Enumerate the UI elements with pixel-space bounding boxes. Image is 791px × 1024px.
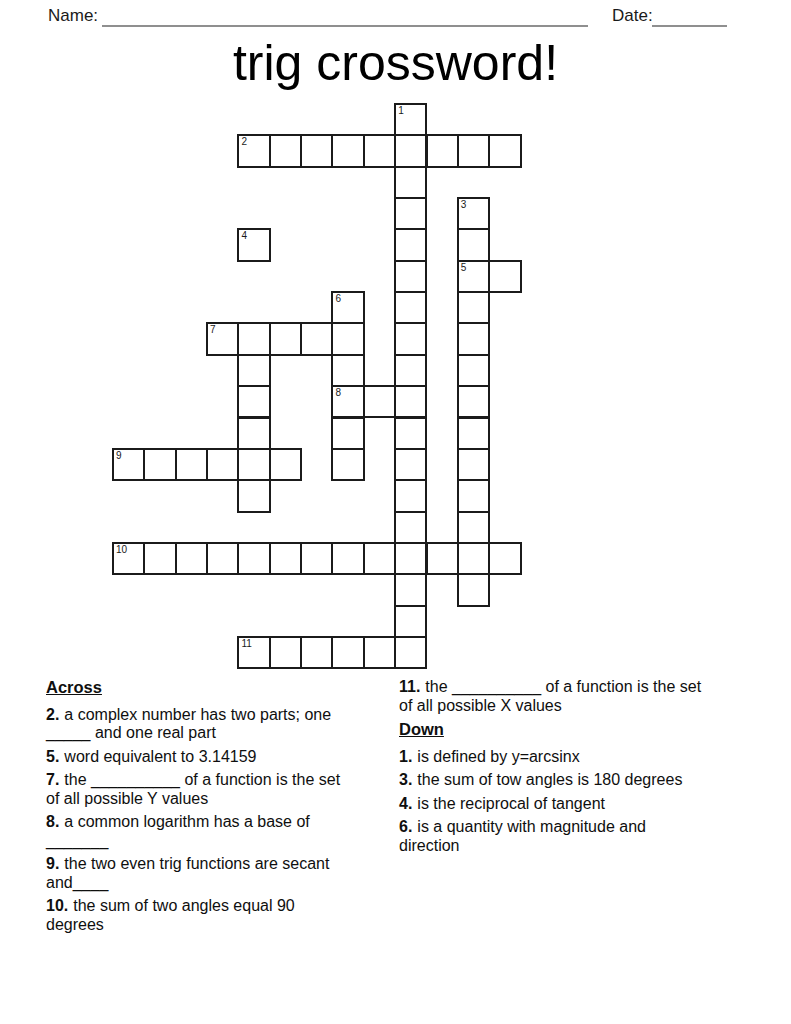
grid-cell-r1-c4[interactable]: 2 xyxy=(237,134,270,167)
cell-number-10: 10 xyxy=(116,544,127,555)
grid-cell-r1-c10[interactable] xyxy=(426,134,459,167)
grid-cell-r14-c7[interactable] xyxy=(331,542,364,575)
grid-cell-r17-c4[interactable]: 11 xyxy=(237,636,270,669)
grid-cell-r10-c4[interactable] xyxy=(237,417,270,450)
clue-text: the __________ of a function is the set … xyxy=(399,678,701,714)
crossword-grid: 1234567891011 xyxy=(113,104,523,670)
cell-number-9: 9 xyxy=(116,450,122,461)
grid-cell-r10-c11[interactable] xyxy=(457,417,490,450)
clue-number: 5. xyxy=(46,748,59,765)
clue-text: a complex number has two parts; one ____… xyxy=(46,706,331,742)
grid-cell-r12-c11[interactable] xyxy=(457,479,490,512)
grid-cell-r10-c7[interactable] xyxy=(331,417,364,450)
grid-cell-r10-c9[interactable] xyxy=(394,417,427,450)
grid-cell-r11-c7[interactable] xyxy=(331,448,364,481)
grid-cell-r11-c11[interactable] xyxy=(457,448,490,481)
clue-number: 3. xyxy=(399,771,412,788)
across-clues-column: Across 2.a complex number has two parts;… xyxy=(46,678,342,939)
cell-number-4: 4 xyxy=(241,230,247,241)
grid-cell-r14-c2[interactable] xyxy=(175,542,208,575)
clue-across-7: 7.the __________ of a function is the se… xyxy=(46,771,342,808)
grid-cell-r17-c9[interactable] xyxy=(394,636,427,669)
grid-cell-r1-c6[interactable] xyxy=(300,134,333,167)
grid-cell-r7-c3[interactable]: 7 xyxy=(206,322,239,355)
grid-cell-r14-c0[interactable]: 10 xyxy=(112,542,145,575)
clue-number: 10. xyxy=(46,897,68,914)
grid-cell-r14-c12[interactable] xyxy=(488,542,521,575)
grid-cell-r14-c6[interactable] xyxy=(300,542,333,575)
grid-cell-r12-c9[interactable] xyxy=(394,479,427,512)
grid-cell-r14-c3[interactable] xyxy=(206,542,239,575)
grid-cell-r7-c9[interactable] xyxy=(394,322,427,355)
grid-cell-r15-c9[interactable] xyxy=(394,573,427,606)
clue-number: 6. xyxy=(399,818,412,835)
grid-cell-r9-c7[interactable]: 8 xyxy=(331,385,364,418)
down-clues-column: 11.the __________ of a function is the s… xyxy=(399,678,702,860)
clue-across-9: 9.the two even trig functions are secant… xyxy=(46,855,342,892)
name-blank-line[interactable] xyxy=(102,8,588,27)
grid-cell-r8-c11[interactable] xyxy=(457,354,490,387)
grid-cell-r14-c4[interactable] xyxy=(237,542,270,575)
grid-cell-r9-c8[interactable] xyxy=(363,385,396,418)
clue-text: a common logarithm has a base of _______ xyxy=(46,813,310,849)
date-blank-line[interactable] xyxy=(652,8,727,27)
clue-across-2: 2.a complex number has two parts; one __… xyxy=(46,706,342,743)
cell-number-5: 5 xyxy=(461,262,467,273)
clue-across-11: 11.the __________ of a function is the s… xyxy=(399,678,702,715)
grid-cell-r11-c9[interactable] xyxy=(394,448,427,481)
grid-cell-r1-c8[interactable] xyxy=(363,134,396,167)
clue-text: the sum of tow angles is 180 degrees xyxy=(417,771,682,788)
clue-down-4: 4.is the reciprocal of tangent xyxy=(399,795,702,814)
clue-number: 1. xyxy=(399,748,412,765)
grid-cell-r7-c11[interactable] xyxy=(457,322,490,355)
grid-cell-r9-c4[interactable] xyxy=(237,385,270,418)
grid-cell-r14-c9[interactable] xyxy=(394,542,427,575)
grid-cell-r11-c2[interactable] xyxy=(175,448,208,481)
grid-cell-r4-c9[interactable] xyxy=(394,228,427,261)
clue-text: is a quantity with magnitude and directi… xyxy=(399,818,646,854)
grid-cell-r17-c8[interactable] xyxy=(363,636,396,669)
grid-cell-r4-c4[interactable]: 4 xyxy=(237,228,270,261)
date-label: Date: xyxy=(612,6,653,26)
grid-cell-r7-c6[interactable] xyxy=(300,322,333,355)
grid-cell-r6-c11[interactable] xyxy=(457,291,490,324)
grid-cell-r1-c11[interactable] xyxy=(457,134,490,167)
grid-cell-r4-c11[interactable] xyxy=(457,228,490,261)
grid-cell-r5-c12[interactable] xyxy=(488,260,521,293)
grid-cell-r14-c11[interactable] xyxy=(457,542,490,575)
down-heading: Down xyxy=(399,720,702,739)
grid-cell-r12-c4[interactable] xyxy=(237,479,270,512)
clue-number: 4. xyxy=(399,795,412,812)
grid-cell-r11-c4[interactable] xyxy=(237,448,270,481)
clue-text: the sum of two angles equal 90 degrees xyxy=(46,897,295,933)
clue-across-5: 5.word equivalent to 3.14159 xyxy=(46,748,342,767)
grid-cell-r5-c9[interactable] xyxy=(394,260,427,293)
clue-down-1: 1.is defined by y=arcsinx xyxy=(399,748,702,767)
clue-number: 8. xyxy=(46,813,59,830)
grid-cell-r14-c1[interactable] xyxy=(143,542,176,575)
cell-number-6: 6 xyxy=(335,293,341,304)
clue-down-6: 6.is a quantity with magnitude and direc… xyxy=(399,818,702,855)
grid-cell-r9-c9[interactable] xyxy=(394,385,427,418)
clue-number: 7. xyxy=(46,771,59,788)
grid-cell-r2-c9[interactable] xyxy=(394,166,427,199)
grid-cell-r17-c6[interactable] xyxy=(300,636,333,669)
grid-cell-r17-c7[interactable] xyxy=(331,636,364,669)
clue-across-10: 10.the sum of two angles equal 90 degree… xyxy=(46,897,342,934)
cell-number-1: 1 xyxy=(398,105,404,116)
grid-cell-r9-c11[interactable] xyxy=(457,385,490,418)
grid-cell-r1-c12[interactable] xyxy=(488,134,521,167)
cell-number-3: 3 xyxy=(461,199,467,210)
clue-text: is the reciprocal of tangent xyxy=(417,795,605,812)
grid-cell-r1-c9[interactable] xyxy=(394,134,427,167)
grid-cell-r0-c9[interactable]: 1 xyxy=(394,103,427,136)
grid-cell-r14-c8[interactable] xyxy=(363,542,396,575)
grid-cell-r6-c9[interactable] xyxy=(394,291,427,324)
grid-cell-r11-c3[interactable] xyxy=(206,448,239,481)
clue-across-8: 8.a common logarithm has a base of _____… xyxy=(46,813,342,850)
cell-number-2: 2 xyxy=(241,136,247,147)
grid-cell-r11-c5[interactable] xyxy=(269,448,302,481)
grid-cell-r14-c10[interactable] xyxy=(426,542,459,575)
grid-cell-r13-c11[interactable] xyxy=(457,511,490,544)
grid-cell-r7-c5[interactable] xyxy=(269,322,302,355)
grid-cell-r15-c11[interactable] xyxy=(457,573,490,606)
clue-number: 2. xyxy=(46,706,59,723)
across-heading: Across xyxy=(46,678,342,697)
grid-cell-r16-c9[interactable] xyxy=(394,605,427,638)
grid-cell-r8-c7[interactable] xyxy=(331,354,364,387)
grid-cell-r11-c0[interactable]: 9 xyxy=(112,448,145,481)
grid-cell-r17-c5[interactable] xyxy=(269,636,302,669)
clue-text: the two even trig functions are secant a… xyxy=(46,855,329,891)
grid-cell-r5-c11[interactable]: 5 xyxy=(457,260,490,293)
clue-number: 9. xyxy=(46,855,59,872)
name-label: Name: xyxy=(48,6,98,26)
clue-text: is defined by y=arcsinx xyxy=(417,748,579,765)
grid-cell-r13-c9[interactable] xyxy=(394,511,427,544)
grid-cell-r8-c4[interactable] xyxy=(237,354,270,387)
clue-text: word equivalent to 3.14159 xyxy=(64,748,256,765)
cell-number-7: 7 xyxy=(210,324,216,335)
grid-cell-r3-c11[interactable]: 3 xyxy=(457,197,490,230)
grid-cell-r7-c4[interactable] xyxy=(237,322,270,355)
cell-number-11: 11 xyxy=(241,638,251,649)
grid-cell-r11-c1[interactable] xyxy=(143,448,176,481)
worksheet-page: Name: Date: trig crossword! 123456789101… xyxy=(0,0,791,1024)
grid-cell-r7-c7[interactable] xyxy=(331,322,364,355)
grid-cell-r6-c7[interactable]: 6 xyxy=(331,291,364,324)
clue-text: the __________ of a function is the set … xyxy=(46,771,340,807)
grid-cell-r1-c5[interactable] xyxy=(269,134,302,167)
grid-cell-r3-c9[interactable] xyxy=(394,197,427,230)
grid-cell-r14-c5[interactable] xyxy=(269,542,302,575)
clue-number: 11. xyxy=(399,678,420,695)
grid-cell-r1-c7[interactable] xyxy=(331,134,364,167)
grid-cell-r8-c9[interactable] xyxy=(394,354,427,387)
page-title: trig crossword! xyxy=(0,34,791,92)
cell-number-8: 8 xyxy=(335,387,341,398)
clue-down-3: 3.the sum of tow angles is 180 degrees xyxy=(399,771,702,790)
